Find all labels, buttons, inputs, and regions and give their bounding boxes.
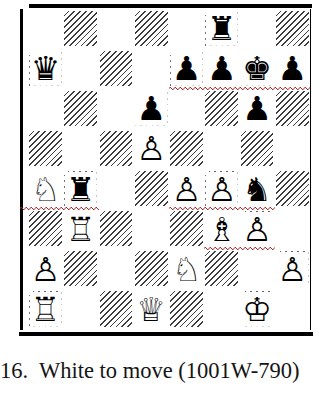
diagram-page: ♜♛♟♟♚♟♟♟♙♘♜♙♙♞♖♗♙♙♘♙♖♕♔ 16. White to mov…: [0, 0, 335, 398]
square-h8: [275, 9, 310, 49]
square-c8: [99, 9, 134, 49]
black-knight-g4: ♞: [241, 171, 274, 206]
hatch-pattern: [100, 291, 133, 326]
square-g2: [240, 250, 275, 290]
chess-board: ♜♛♟♟♚♟♟♟♙♘♜♙♙♞♖♗♙♙♘♙♖♕♔: [0, 0, 335, 345]
black-pawn-h7: ♟: [276, 51, 309, 86]
board-bottom-border: [19, 332, 313, 336]
square-h6: [275, 89, 310, 129]
board-grid: ♜♛♟♟♚♟♟♟♙♘♜♙♙♞♖♗♙♙♘♙♖♕♔: [28, 9, 310, 330]
square-c3: [99, 210, 134, 250]
square-h7: ♟: [275, 49, 310, 89]
square-a4: ♘: [28, 170, 63, 210]
hatch-pattern: [100, 131, 133, 166]
white-pawn-g3: ♙: [241, 211, 274, 246]
board-left-border: [20, 9, 23, 330]
black-pawn-f7: ♟: [206, 51, 239, 86]
square-f5: [204, 129, 239, 169]
white-knight-e2: ♘: [170, 252, 203, 287]
square-a6: [28, 89, 63, 129]
square-c7: [99, 49, 134, 89]
square-e2: ♘: [169, 250, 204, 290]
black-rook-b4: ♜: [65, 171, 98, 206]
hatch-pattern: [241, 131, 274, 166]
square-a5: [28, 129, 63, 169]
square-b3: ♖: [63, 210, 98, 250]
square-f8: ♜: [204, 9, 239, 49]
hatch-pattern: [205, 251, 238, 286]
square-c4: [99, 170, 134, 210]
red-squiggle-a4-b4: [20, 207, 99, 210]
square-b2: [63, 250, 98, 290]
square-b8: [63, 9, 98, 49]
white-pawn-f4: ♙: [206, 171, 239, 206]
hatch-pattern: [29, 131, 62, 166]
square-h5: [275, 129, 310, 169]
hatch-pattern: [135, 11, 168, 46]
square-c1: [99, 290, 134, 330]
black-pawn-d6: ♟: [135, 91, 168, 126]
white-pawn-d5: ♙: [135, 131, 168, 166]
square-d5: ♙: [134, 129, 169, 169]
square-d3: [134, 210, 169, 250]
square-e7: ♟: [169, 49, 204, 89]
square-a2: ♙: [28, 250, 63, 290]
square-c2: [99, 250, 134, 290]
square-c6: [99, 89, 134, 129]
square-a8: [28, 9, 63, 49]
square-d6: ♟: [134, 89, 169, 129]
square-b1: [63, 290, 98, 330]
square-a1: ♖: [28, 290, 63, 330]
hatch-pattern: [64, 251, 97, 286]
board-top-border: [29, 4, 312, 8]
hatch-pattern: [276, 11, 309, 46]
hatch-pattern: [29, 211, 62, 246]
hatch-pattern: [135, 251, 168, 286]
square-g7: ♚: [240, 49, 275, 89]
black-queen-a7: ♛: [29, 51, 62, 86]
square-e6: [169, 89, 204, 129]
white-king-g1: ♔: [241, 292, 274, 327]
square-f2: [204, 250, 239, 290]
square-f6: [204, 89, 239, 129]
red-squiggle-e4-g4: [169, 207, 275, 210]
square-f1: [204, 290, 239, 330]
caption: 16. White to move (1001W-790): [0, 358, 335, 384]
white-pawn-e4: ♙: [170, 171, 203, 206]
square-e3: [169, 210, 204, 250]
red-squiggle-f3-g3: [204, 247, 275, 250]
square-b6: [63, 89, 98, 129]
white-queen-d1: ♕: [135, 292, 168, 327]
square-a7: ♛: [28, 49, 63, 89]
hatch-pattern: [64, 11, 97, 46]
hatch-pattern: [64, 91, 97, 126]
square-f7: ♟: [204, 49, 239, 89]
hatch-pattern: [135, 171, 168, 206]
square-d2: [134, 250, 169, 290]
square-a3: [28, 210, 63, 250]
square-h1: [275, 290, 310, 330]
hatch-pattern: [276, 171, 309, 206]
square-f4: ♙: [204, 170, 239, 210]
square-d7: [134, 49, 169, 89]
hatch-pattern: [276, 91, 309, 126]
white-knight-a4: ♘: [29, 171, 62, 206]
hatch-pattern: [170, 211, 203, 246]
black-pawn-g6: ♟: [241, 91, 274, 126]
square-g1: ♔: [240, 290, 275, 330]
square-f3: ♗: [204, 210, 239, 250]
square-b5: [63, 129, 98, 169]
hatch-pattern: [170, 291, 203, 326]
hatch-pattern: [100, 51, 133, 86]
white-bishop-f3: ♗: [206, 211, 239, 246]
square-g5: [240, 129, 275, 169]
square-d1: ♕: [134, 290, 169, 330]
square-e4: ♙: [169, 170, 204, 210]
white-pawn-h2: ♙: [276, 252, 309, 287]
square-h3: [275, 210, 310, 250]
black-pawn-e7: ♟: [170, 51, 203, 86]
square-e5: [169, 129, 204, 169]
square-h4: [275, 170, 310, 210]
square-c5: [99, 129, 134, 169]
square-d4: [134, 170, 169, 210]
hatch-pattern: [170, 131, 203, 166]
hatch-pattern: [100, 211, 133, 246]
white-rook-a1: ♖: [29, 292, 62, 327]
square-g3: ♙: [240, 210, 275, 250]
square-b4: ♜: [63, 170, 98, 210]
red-squiggle-e7-h7: [169, 87, 310, 90]
black-rook-f8: ♜: [206, 11, 239, 46]
hatch-pattern: [205, 91, 238, 126]
square-g4: ♞: [240, 170, 275, 210]
white-rook-b3: ♖: [65, 211, 98, 246]
square-h2: ♙: [275, 250, 310, 290]
white-pawn-a2: ♙: [29, 252, 62, 287]
square-g8: [240, 9, 275, 49]
square-b7: [63, 49, 98, 89]
black-king-g7: ♚: [241, 51, 274, 86]
square-d8: [134, 9, 169, 49]
square-g6: ♟: [240, 89, 275, 129]
square-e1: [169, 290, 204, 330]
square-e8: [169, 9, 204, 49]
